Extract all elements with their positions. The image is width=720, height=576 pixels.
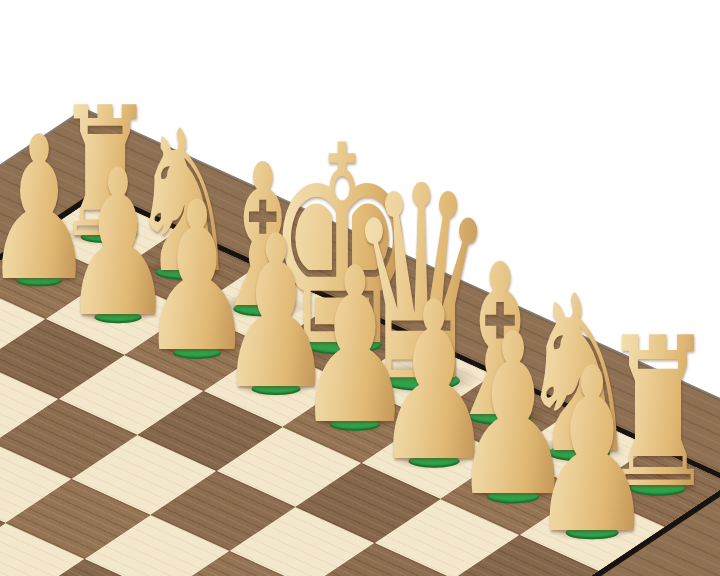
chess-set-photo: ♜♞♟♝♟♚♟♛♟♝♟♞♟♜♟♟: [0, 0, 720, 576]
piece-white-pawn: ♟: [529, 338, 655, 565]
pieces-layer: ♜♞♟♝♟♚♟♛♟♝♟♞♟♜♟♟: [0, 0, 720, 576]
